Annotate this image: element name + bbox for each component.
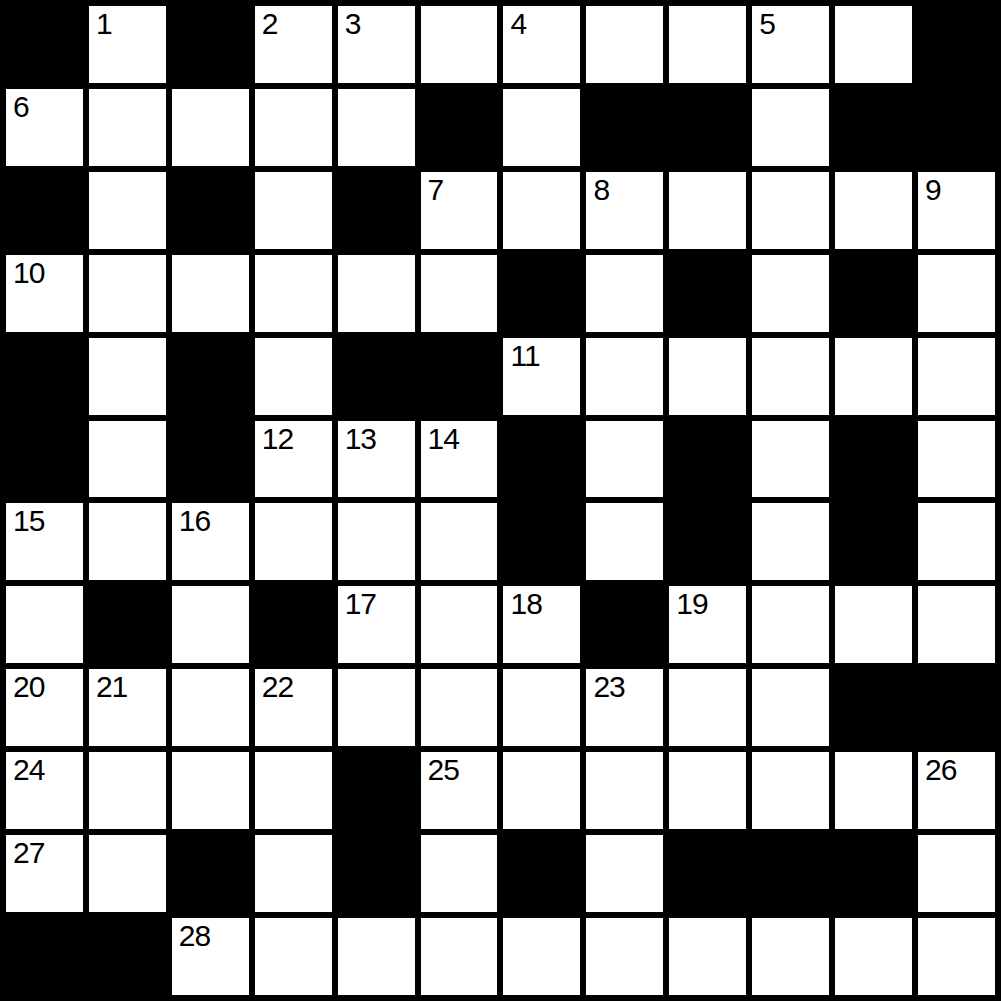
block-cell-r4c0: [6, 338, 83, 415]
answer-cell-r8c9[interactable]: [752, 669, 829, 746]
block-cell-r10c8: [669, 835, 746, 912]
answer-cell-r8c4[interactable]: [338, 669, 415, 746]
clue-number-1: 1: [96, 7, 112, 40]
answer-cell-r4c10[interactable]: [835, 338, 912, 415]
answer-cell-r11c3[interactable]: [255, 918, 332, 995]
block-cell-r1c10: [835, 89, 912, 166]
answer-cell-r4c6[interactable]: 11: [503, 338, 580, 415]
block-cell-r10c2: [172, 835, 249, 912]
block-cell-r1c5: [421, 89, 498, 166]
answer-cell-r11c6[interactable]: [503, 918, 580, 995]
answer-cell-r6c11[interactable]: [918, 503, 995, 580]
answer-cell-r10c3[interactable]: [255, 835, 332, 912]
block-cell-r0c0: [6, 6, 83, 83]
answer-cell-r7c4[interactable]: 17: [338, 586, 415, 663]
answer-cell-r10c7[interactable]: [586, 835, 663, 912]
answer-cell-r6c7[interactable]: [586, 503, 663, 580]
answer-cell-r0c4[interactable]: 3: [338, 6, 415, 83]
answer-cell-r10c0[interactable]: 27: [6, 835, 83, 912]
answer-cell-r2c1[interactable]: [89, 172, 166, 249]
block-cell-r3c8: [669, 255, 746, 332]
answer-cell-r6c0[interactable]: 15: [6, 503, 83, 580]
clue-number-26: 26: [925, 753, 956, 786]
answer-cell-r7c6[interactable]: 18: [503, 586, 580, 663]
answer-cell-r5c1[interactable]: [89, 421, 166, 498]
answer-cell-r3c0[interactable]: 10: [6, 255, 83, 332]
answer-cell-r8c1[interactable]: 21: [89, 669, 166, 746]
answer-cell-r10c1[interactable]: [89, 835, 166, 912]
clue-number-11: 11: [510, 339, 539, 372]
answer-cell-r9c5[interactable]: 25: [421, 752, 498, 829]
clue-number-7: 7: [428, 173, 444, 206]
answer-cell-r3c1[interactable]: [89, 255, 166, 332]
block-cell-r10c6: [503, 835, 580, 912]
answer-cell-r8c7[interactable]: 23: [586, 669, 663, 746]
answer-cell-r9c9[interactable]: [752, 752, 829, 829]
block-cell-r0c2: [172, 6, 249, 83]
clue-number-22: 22: [262, 670, 293, 703]
answer-cell-r0c3[interactable]: 2: [255, 6, 332, 83]
clue-number-3: 3: [345, 7, 361, 40]
answer-cell-r6c1[interactable]: [89, 503, 166, 580]
answer-cell-r3c9[interactable]: [752, 255, 829, 332]
block-cell-r10c10: [835, 835, 912, 912]
clue-number-25: 25: [428, 753, 459, 786]
block-cell-r9c4: [338, 752, 415, 829]
answer-cell-r5c5[interactable]: 14: [421, 421, 498, 498]
block-cell-r10c4: [338, 835, 415, 912]
answer-cell-r0c9[interactable]: 5: [752, 6, 829, 83]
answer-cell-r11c11[interactable]: [918, 918, 995, 995]
answer-cell-r7c9[interactable]: [752, 586, 829, 663]
block-cell-r5c10: [835, 421, 912, 498]
block-cell-r7c1: [89, 586, 166, 663]
answer-cell-r9c7[interactable]: [586, 752, 663, 829]
block-cell-r4c4: [338, 338, 415, 415]
clue-number-21: 21: [96, 670, 127, 703]
block-cell-r2c4: [338, 172, 415, 249]
clue-number-20: 20: [13, 670, 44, 703]
answer-cell-r10c11[interactable]: [918, 835, 995, 912]
clue-number-6: 6: [13, 90, 29, 123]
answer-cell-r9c2[interactable]: [172, 752, 249, 829]
clue-number-19: 19: [676, 587, 707, 620]
block-cell-r5c0: [6, 421, 83, 498]
block-cell-r6c10: [835, 503, 912, 580]
block-cell-r1c8: [669, 89, 746, 166]
answer-cell-r0c10[interactable]: [835, 6, 912, 83]
clue-number-9: 9: [925, 173, 941, 206]
block-cell-r7c7: [586, 586, 663, 663]
answer-cell-r4c11[interactable]: [918, 338, 995, 415]
answer-cell-r11c5[interactable]: [421, 918, 498, 995]
answer-cell-r2c6[interactable]: [503, 172, 580, 249]
answer-cell-r2c11[interactable]: 9: [918, 172, 995, 249]
answer-cell-r4c8[interactable]: [669, 338, 746, 415]
block-cell-r10c9: [752, 835, 829, 912]
answer-cell-r1c4[interactable]: [338, 89, 415, 166]
answer-cell-r4c9[interactable]: [752, 338, 829, 415]
block-cell-r8c10: [835, 669, 912, 746]
block-cell-r2c2: [172, 172, 249, 249]
clue-number-16: 16: [179, 504, 210, 537]
answer-cell-r9c10[interactable]: [835, 752, 912, 829]
answer-cell-r9c3[interactable]: [255, 752, 332, 829]
answer-cell-r0c1[interactable]: 1: [89, 6, 166, 83]
answer-cell-r2c9[interactable]: [752, 172, 829, 249]
block-cell-r11c0: [6, 918, 83, 995]
answer-cell-r11c9[interactable]: [752, 918, 829, 995]
answer-cell-r5c9[interactable]: [752, 421, 829, 498]
answer-cell-r2c10[interactable]: [835, 172, 912, 249]
clue-number-4: 4: [510, 7, 526, 40]
answer-cell-r4c1[interactable]: [89, 338, 166, 415]
clue-number-12: 12: [262, 422, 293, 455]
block-cell-r4c2: [172, 338, 249, 415]
answer-cell-r3c7[interactable]: [586, 255, 663, 332]
block-cell-r8c11: [918, 669, 995, 746]
block-cell-r0c11: [918, 6, 995, 83]
block-cell-r5c8: [669, 421, 746, 498]
clue-number-10: 10: [13, 256, 44, 289]
clue-number-18: 18: [510, 587, 541, 620]
block-cell-r5c2: [172, 421, 249, 498]
answer-cell-r8c8[interactable]: [669, 669, 746, 746]
answer-cell-r8c3[interactable]: 22: [255, 669, 332, 746]
block-cell-r1c7: [586, 89, 663, 166]
answer-cell-r5c11[interactable]: [918, 421, 995, 498]
answer-cell-r8c2[interactable]: [172, 669, 249, 746]
answer-cell-r11c8[interactable]: [669, 918, 746, 995]
block-cell-r11c1: [89, 918, 166, 995]
clue-number-23: 23: [593, 670, 624, 703]
answer-cell-r7c11[interactable]: [918, 586, 995, 663]
clue-number-17: 17: [345, 587, 376, 620]
answer-cell-r5c7[interactable]: [586, 421, 663, 498]
answer-cell-r1c6[interactable]: [503, 89, 580, 166]
answer-cell-r3c4[interactable]: [338, 255, 415, 332]
clue-number-13: 13: [345, 422, 376, 455]
clue-number-24: 24: [13, 753, 44, 786]
answer-cell-r0c6[interactable]: 4: [503, 6, 580, 83]
answer-cell-r0c8[interactable]: [669, 6, 746, 83]
answer-cell-r6c9[interactable]: [752, 503, 829, 580]
answer-cell-r9c6[interactable]: [503, 752, 580, 829]
answer-cell-r7c5[interactable]: [421, 586, 498, 663]
answer-cell-r5c4[interactable]: 13: [338, 421, 415, 498]
answer-cell-r7c10[interactable]: [835, 586, 912, 663]
answer-cell-r0c7[interactable]: [586, 6, 663, 83]
clue-number-2: 2: [262, 7, 278, 40]
crossword-grid: 1234567891011121314151617181920212223242…: [0, 0, 1001, 1001]
answer-cell-r7c0[interactable]: [6, 586, 83, 663]
answer-cell-r2c5[interactable]: 7: [421, 172, 498, 249]
block-cell-r4c5: [421, 338, 498, 415]
answer-cell-r9c1[interactable]: [89, 752, 166, 829]
block-cell-r6c6: [503, 503, 580, 580]
clue-number-14: 14: [428, 422, 459, 455]
answer-cell-r2c3[interactable]: [255, 172, 332, 249]
answer-cell-r10c5[interactable]: [421, 835, 498, 912]
clue-number-27: 27: [13, 836, 44, 869]
block-cell-r3c10: [835, 255, 912, 332]
answer-cell-r6c2[interactable]: 16: [172, 503, 249, 580]
answer-cell-r3c11[interactable]: [918, 255, 995, 332]
block-cell-r7c3: [255, 586, 332, 663]
answer-cell-r1c3[interactable]: [255, 89, 332, 166]
block-cell-r5c6: [503, 421, 580, 498]
block-cell-r2c0: [6, 172, 83, 249]
answer-cell-r3c5[interactable]: [421, 255, 498, 332]
answer-cell-r0c5[interactable]: [421, 6, 498, 83]
answer-cell-r11c7[interactable]: [586, 918, 663, 995]
answer-cell-r11c10[interactable]: [835, 918, 912, 995]
answer-cell-r1c0[interactable]: 6: [6, 89, 83, 166]
answer-cell-r2c7[interactable]: 8: [586, 172, 663, 249]
answer-cell-r6c4[interactable]: [338, 503, 415, 580]
answer-cell-r1c1[interactable]: [89, 89, 166, 166]
answer-cell-r1c2[interactable]: [172, 89, 249, 166]
answer-cell-r9c0[interactable]: 24: [6, 752, 83, 829]
answer-cell-r3c2[interactable]: [172, 255, 249, 332]
answer-cell-r4c3[interactable]: [255, 338, 332, 415]
answer-cell-r9c11[interactable]: 26: [918, 752, 995, 829]
answer-cell-r7c8[interactable]: 19: [669, 586, 746, 663]
block-cell-r6c8: [669, 503, 746, 580]
answer-cell-r9c8[interactable]: [669, 752, 746, 829]
answer-cell-r6c5[interactable]: [421, 503, 498, 580]
answer-cell-r8c6[interactable]: [503, 669, 580, 746]
answer-cell-r5c3[interactable]: 12: [255, 421, 332, 498]
clue-number-5: 5: [759, 7, 775, 40]
answer-cell-r6c3[interactable]: [255, 503, 332, 580]
answer-cell-r11c4[interactable]: [338, 918, 415, 995]
answer-cell-r4c7[interactable]: [586, 338, 663, 415]
answer-cell-r2c8[interactable]: [669, 172, 746, 249]
answer-cell-r11c2[interactable]: 28: [172, 918, 249, 995]
answer-cell-r7c2[interactable]: [172, 586, 249, 663]
block-cell-r1c11: [918, 89, 995, 166]
clue-number-15: 15: [13, 504, 44, 537]
answer-cell-r1c9[interactable]: [752, 89, 829, 166]
clue-number-28: 28: [179, 919, 210, 952]
answer-cell-r8c0[interactable]: 20: [6, 669, 83, 746]
clue-number-8: 8: [593, 173, 609, 206]
block-cell-r3c6: [503, 255, 580, 332]
answer-cell-r3c3[interactable]: [255, 255, 332, 332]
answer-cell-r8c5[interactable]: [421, 669, 498, 746]
